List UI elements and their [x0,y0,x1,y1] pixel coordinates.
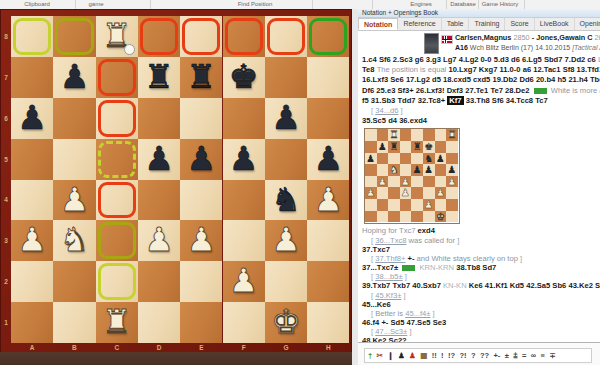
diagram-square [388,187,400,199]
notation-comment: The position is equal [377,65,449,74]
square-h3[interactable] [307,220,349,261]
tab-score-sheet[interactable]: Score sheet [505,18,534,30]
diagram-square [435,164,447,176]
diagram-square [388,211,400,223]
square-f1[interactable] [223,302,265,343]
diagram-piece-white-pawn: ♟ [447,176,456,187]
notation-move[interactable]: 33.Th8 Sf6 34.Tcc8 Tc7 [464,96,548,105]
notation-bracket: ] [403,272,407,281]
diagram-square [365,129,377,141]
diagram-piece-white-pawn: ♟ [401,176,410,187]
notation-link[interactable]: 36...Txc8 [375,236,406,245]
file-label-h: H [326,344,331,351]
notation-link[interactable]: 47...Sc3± [375,327,407,336]
notation-bracket: ] [407,327,411,336]
ribbon-group-game: game [88,0,103,9]
diagram-square [365,211,377,223]
square-g8[interactable] [265,16,307,57]
notation-move[interactable]: 37...Txc7± [362,263,400,272]
rank-label-8: 8 [2,33,10,40]
event-line: A16 Wch Blitz Berlin (17) 14.10.2015 [Ta… [455,44,600,51]
notation-move[interactable]: 35.Sc5 d4 36.exd4 [362,116,427,125]
insert-move-icon[interactable]: † [368,350,372,362]
square-h8[interactable] [307,16,349,57]
annotation-tag: [Tactical Analysis] [572,44,600,51]
square-a5[interactable] [11,139,53,180]
square-b1[interactable] [53,302,95,343]
square-h6[interactable] [307,98,349,139]
file-label-g: G [283,344,288,351]
diagram-piece-black-pawn: ♟ [378,141,387,152]
ribbon-group-clipboard: Clipboard [24,0,50,9]
diagram-square: ♚ [423,141,435,153]
notation-move[interactable]: f5 31.Sb3 Tdd7 32.Tc8+ [362,96,447,105]
ribbon-group-engines: Engines [410,0,432,9]
diagram-piece-white-pawn: ♟ [378,176,387,187]
nag-unclear-icon[interactable]: ∞ [531,350,536,362]
diagram-square: ♟ [411,164,423,176]
notation-move[interactable]: Df6 25.e3 Sf3+ 26.Lxf3! Dxf3 27.Te1 Te7 … [362,86,532,95]
annotation-toolbar-buttons: †✂❙♟♟▦!!!!??!???+-±⩲=∞≡∓ [364,348,592,363]
notation-line: Hoping for Txc7 exd4 [362,226,600,235]
notation-bracket: ] [457,236,459,245]
notation-comment: White is more active [549,86,600,95]
square-b2[interactable] [53,261,95,302]
square-h2[interactable] [307,261,349,302]
notation-line: f5 31.Sb3 Tdd7 32.Tc8+ Kf7 33.Th8 Sf6 34… [362,96,600,106]
ribbon-separator [446,0,447,9]
selected-piece-marker [124,44,135,55]
square-d4[interactable] [138,180,180,221]
players-separator: - [532,33,534,42]
square-d6[interactable] [138,98,180,139]
diagram-square: ♟ [435,153,447,165]
notation-move[interactable]: 10.Lxg7 Kxg7 11.0-0 a6 12.Tac1 Sf8 13.Tf… [448,65,600,74]
notation-line: [ 37.Thf8+ +- and White stays clearly on… [362,254,600,263]
diagram-square [411,187,423,199]
notation-link[interactable]: 34...d6 [375,106,398,115]
chess-board[interactable]: ♜♟♜♜♚♟♟♟♟♟♟♟♞♟♟♞♟♟♟♟♜♚ABCDEFGH87654321 [0,9,352,365]
panel-tabs: NotationReferenceTableTrainingScore shee… [358,18,600,31]
diagram-square [365,199,377,211]
diagram-square [411,211,423,223]
diagram-square [377,129,389,141]
piece-white-pawn-d3[interactable]: ♟ [138,220,180,261]
piece-white-pawn-b4[interactable]: ♟ [53,180,95,221]
file-label-c: C [114,344,119,351]
ribbon-separator [524,0,525,9]
diagram-square: ♜ [411,141,423,153]
rank-label-2: 2 [2,278,10,285]
diagram-square [423,211,435,223]
piece-black-king-f7[interactable]: ♚ [223,57,265,98]
eco-code: A16 [455,44,468,51]
diagram-piece-white-king: ♚ [436,211,445,222]
notation-line: [ 34...d6 ] [362,106,600,116]
piece-white-rook-c1[interactable]: ♜ [96,302,138,343]
board-icon[interactable]: ▦ [420,350,427,362]
notation-class: KRN-KRN [417,263,456,272]
nag-mistake-icon[interactable]: ? [471,350,476,362]
square-e2[interactable] [180,261,222,302]
nag-equal-icon[interactable]: = [522,350,526,362]
notation-bracket: ] [520,254,522,263]
diagram-square: ♟ [365,187,377,199]
ribbon-group-database: Database [450,0,476,9]
diagram-square [423,187,435,199]
diagram-square [446,199,458,211]
diagram-square: ♟ [435,187,447,199]
diagram-square [400,129,412,141]
cut-variation-icon[interactable]: ✂ [377,350,383,362]
nag-dubious-icon[interactable]: ?! [459,350,466,362]
diagram-square [400,199,412,211]
notation-line: 45...Ke6 [362,300,600,309]
square-c6[interactable] [96,98,138,139]
board-frame-edge [0,352,352,365]
notation-bracket: ] [398,106,402,115]
square-e8[interactable] [180,16,222,57]
notation-move[interactable]: 45...Ke6 [362,300,391,309]
notation-line: 37...Txc7± KRN-KRN 38.Tb8 Sd7 [362,263,600,272]
notation-link[interactable]: 37.Thf8+ [375,254,405,263]
tab-notation[interactable]: Notation [358,18,398,30]
ribbon-separator [312,0,313,9]
piece-white-pawn-g3[interactable]: ♟ [265,220,307,261]
diagram-square [435,141,447,153]
square-c2[interactable] [96,261,138,302]
notation-line: Df6 25.e3 Sf3+ 26.Lxf3! Dxf3 27.Te1 Te7 … [362,86,600,96]
diagram-square: ♟ [423,164,435,176]
diagram-piece-black-king: ♚ [424,141,433,152]
notation-line: [ Better is 45...f4± ] [362,309,600,318]
diagram-piece-white-pawn: ♟ [401,187,410,198]
diagram-square: ♜ [388,129,400,141]
piece-white-pawn-f2[interactable]: ♟ [223,261,265,302]
norway-flag-icon [442,36,452,43]
tab-livebook[interactable]: LiveBook [535,18,575,30]
notation-link[interactable]: 45...f4± [405,309,430,318]
nag-white-winning-icon[interactable]: +- [493,350,500,362]
square-a7[interactable] [11,57,53,98]
square-e4[interactable] [180,180,222,221]
file-label-f: F [242,344,246,351]
piece-black-pawn-f5[interactable]: ♟ [223,139,265,180]
diagram-piece-white-pawn: ♟ [424,199,433,210]
square-h7[interactable] [307,57,349,98]
notation-comment: was called for [406,236,457,245]
notation-line: 37.Txc7 [362,245,600,254]
notation-link[interactable]: 38...b5± [375,272,402,281]
diagram-square [388,199,400,211]
nag-blunder-icon[interactable]: ?? [480,350,489,362]
diagram-square [365,141,377,153]
diagram-square: ♟ [377,141,389,153]
diagram-square: ♟ [365,153,377,165]
file-label-d: D [157,344,162,351]
diagram-piece-black-pawn: ♟ [424,164,433,175]
diagram-square [400,211,412,223]
notation-move[interactable]: Ke6 41.Kf1 Kd5 42.Sa5 Sb6 43.Ke2 Sa4 44.… [469,281,600,290]
piece-white-pawn-e3[interactable]: ♟ [180,220,222,261]
diagram-square [377,187,389,199]
notation-panel: Notation + Openings Book NotationReferen… [358,9,600,365]
white-player: Carlsen,Magnus [455,33,511,42]
notation-bracket: ] [430,309,434,318]
diagram-square [365,176,377,188]
diagram-square [435,199,447,211]
square-d8[interactable] [138,16,180,57]
current-move[interactable]: Kf7 [447,96,463,105]
notation-move[interactable]: 16.Lxf3 Se6 17.Lg2 d5 18.cxd5 cxd5 19.Db… [362,75,600,84]
diagram-square [423,176,435,188]
notation-class: KN-KN [443,281,469,290]
square-c3[interactable] [96,220,138,261]
diagram-piece-black-pawn: ♟ [366,153,375,164]
players-line: Carlsen,Magnus 2850 - Jones,Gawain C 262… [455,33,600,42]
chessbase-window: { "app": { "ribbon_groups": ["Clipboard"… [0,0,600,365]
notation-move[interactable]: 39.Txb7 Txb7 40.Sxb7 [362,281,443,290]
diagram-square [400,141,412,153]
diagram-piece-black-rook: ♜ [413,141,422,152]
piece-black-pawn-h5[interactable]: ♟ [307,139,349,180]
square-c5[interactable] [96,139,138,180]
piece-white-king-g1[interactable]: ♚ [265,302,307,343]
diagram-square [411,153,423,165]
inline-diagram[interactable]: ♜♜♟♜♜♚♟♞♟♞♟♟♟♟♟♟♟♟♟♟♚ [364,128,460,224]
diagram-square [388,153,400,165]
diagram-square [446,211,458,223]
notation-move[interactable]: 1.c4 Sf6 2.Sc3 g6 3.g3 Lg7 4.Lg2 0-0 5.d… [362,55,598,64]
event-name: Wch Blitz Berlin (17) 14.10.2015 [470,44,570,51]
diagram-square [423,129,435,141]
diagram-piece-white-pawn: ♟ [436,187,445,198]
diagram-piece-white-pawn: ♟ [366,187,375,198]
notation-line: 1.c4 Sf6 2.Sc3 g6 3.g3 Lg7 4.Lg2 0-0 5.d… [362,55,600,65]
rank-label-4: 4 [2,196,10,203]
nag-compensation-icon[interactable]: ≡ [541,350,545,362]
diagram-square [411,176,423,188]
notation-move[interactable]: +- [405,254,416,263]
nag-good-icon[interactable]: ! [441,350,444,362]
square-h1[interactable] [307,302,349,343]
diagram-square: ♟ [446,176,458,188]
diagram-square [435,129,447,141]
diagram-piece-black-rook: ♜ [390,141,399,152]
ribbon-separator [372,0,373,9]
rank-label-1: 1 [2,319,10,326]
diagram-piece-white-rook: ♜ [390,129,399,140]
diagram-square [411,199,423,211]
rank-label-3: 3 [2,237,10,244]
square-b5[interactable] [53,139,95,180]
square-a2[interactable] [11,261,53,302]
ribbon-separator [75,0,76,9]
nag-brilliant-icon[interactable]: !! [432,350,437,362]
square-e6[interactable] [180,98,222,139]
notation-line: [ 38...b5± ] [362,272,600,281]
square-a1[interactable] [11,302,53,343]
notation-move[interactable]: exd4 [418,226,435,235]
notation-line: [ 47...Sc3± ] [362,327,600,336]
ribbon-separator [150,0,151,9]
square-g5[interactable] [265,139,307,180]
rank-label-6: 6 [2,115,10,122]
diagram-piece-black-knight: ♞ [424,153,433,164]
diagram-square [400,164,412,176]
nag-interesting-icon[interactable]: !? [448,350,455,362]
diagram-square: ♟ [400,187,412,199]
diagram-square [400,153,412,165]
diagram-square [411,129,423,141]
square-g2[interactable] [265,261,307,302]
square-b8[interactable] [53,16,95,57]
diagram-square: ♜ [446,129,458,141]
ribbon-group-find-position: Find Position [238,0,273,9]
diagram-square [446,153,458,165]
file-label-a: A [30,344,35,351]
diagram-square: ♞ [423,153,435,165]
diagram-square: ♟ [423,199,435,211]
eval-green-bar [534,88,547,94]
ribbon-separator [478,0,479,9]
notation-line: Te8 The position is equal 10.Lxg7 Kxg7 1… [362,65,600,75]
piece-black-pawn-b7[interactable]: ♟ [53,57,95,98]
notation-line: 39.Txb7 Txb7 40.Sxb7 KN-KN Ke6 41.Kf1 Kd… [362,281,600,290]
nag-white-slightly-better-icon[interactable]: ⩲ [513,350,517,362]
tab-table[interactable]: Table [442,18,470,30]
ribbon-group-game-history: Game History [482,0,519,9]
diagram-square [435,176,447,188]
file-label-e: E [199,344,203,351]
white-elo: 2850 [513,33,529,42]
eval-green-bar [402,265,415,271]
diagram-square: ♟ [400,176,412,188]
piece-black-knight-g4[interactable]: ♞ [265,180,307,221]
square-b6[interactable] [53,98,95,139]
diagram-square: ♟ [446,164,458,176]
diagram-piece-white-knight: ♞ [390,164,399,175]
square-d2[interactable] [138,261,180,302]
square-a8[interactable] [11,16,53,57]
annotation-toolbar: †✂❙♟♟▦!!!!??!???+-±⩲=∞≡∓ [358,343,600,365]
notation-line: [ 36...Txc8 was called for ] [362,236,600,245]
diagram-square [365,164,377,176]
black-player: Jones,Gawain C [536,33,592,42]
square-c4[interactable] [96,180,138,221]
square-f6[interactable] [223,98,265,139]
piece-black-rook-d7[interactable]: ♜ [138,57,180,98]
diagram-square [377,153,389,165]
tab-openings-book[interactable]: Openings Book [575,18,600,30]
file-label-b: B [72,344,77,351]
diagram-piece-black-pawn: ♟ [413,164,422,175]
diagram-square [377,164,389,176]
piece-black-pawn-e5[interactable]: ♟ [180,139,222,180]
square-g7[interactable] [265,57,307,98]
rank-label-7: 7 [2,74,10,81]
notation-line: 35.Sc5 d4 36.exd4 [362,116,600,126]
diagram-square [446,141,458,153]
piece-black-rook-e7[interactable]: ♜ [180,57,222,98]
black-pawn-icon[interactable]: ♟ [398,350,405,362]
notation-move[interactable]: Te8 [362,65,377,74]
square-a4[interactable] [11,180,53,221]
square-f3[interactable] [223,220,265,261]
tab-reference[interactable]: Reference [398,18,441,30]
notation-move[interactable]: 38.Tb8 Sd7 [456,263,496,272]
diagram-square [446,187,458,199]
square-e1[interactable] [180,302,222,343]
red-pawn-icon[interactable]: ♟ [409,350,416,362]
piece-black-pawn-a6[interactable]: ♟ [11,98,53,139]
diagram-square [377,211,389,223]
diagram-square [388,176,400,188]
square-f4[interactable] [223,180,265,221]
notation-link[interactable]: 45.Kf3± [375,291,401,300]
diagram-square: ♞ [388,164,400,176]
nag-black-better-icon[interactable]: ∓ [549,350,555,362]
game-header: Carlsen,Magnus 2850 - Jones,Gawain C 262… [358,31,600,55]
nag-white-better-icon[interactable]: ± [505,350,509,362]
player-photo [424,33,439,54]
piece-white-pawn-a3[interactable]: ♟ [11,220,53,261]
notation-line: 16.Lxf3 Se6 17.Lg2 d5 18.cxd5 cxd5 19.Db… [362,75,600,85]
square-d1[interactable] [138,302,180,343]
notation-text[interactable]: 1.c4 Sf6 2.Sc3 g6 3.g3 Lg7 4.Lg2 0-0 5.d… [358,53,600,342]
notation-bracket: ] [401,291,405,300]
notation-line: [ 45.Kf3± ] [362,291,600,300]
piece-white-knight-b3[interactable]: ♞ [53,220,95,261]
panel-caption: Notation + Openings Book [358,9,600,18]
notation-comment: Better is [375,309,405,318]
notation-line: 46.f4 +- Sd5 47.Se5 Se3 [362,318,600,327]
notation-move[interactable]: 37.Txc7 [362,245,390,254]
diagram-piece-black-pawn: ♟ [436,153,445,164]
diagram-piece-black-pawn: ♟ [447,164,456,175]
piece-white-pawn-h4[interactable]: ♟ [307,180,349,221]
rank-label-5: 5 [2,156,10,163]
notation-comment: Hoping for Txc7 [362,226,418,235]
diagram-square: ♚ [435,211,447,223]
black-elo: 2623 [595,33,600,42]
diagram-square [377,199,389,211]
diagram-square: ♟ [377,176,389,188]
diagram-piece-white-rook: ♜ [447,129,456,140]
notation-move[interactable]: 46.f4 +- Sd5 47.Se5 Se3 [362,318,446,327]
diagram-square: ♜ [388,141,400,153]
tab-training[interactable]: Training [469,18,505,30]
square-f8[interactable] [223,16,265,57]
square-c7[interactable] [96,57,138,98]
piece-black-pawn-g6[interactable]: ♟ [265,98,307,139]
piece-black-pawn-d5[interactable]: ♟ [138,139,180,180]
variation-icon[interactable]: ❙ [387,350,393,362]
notation-comment: and White stays clearly on top [417,254,520,263]
